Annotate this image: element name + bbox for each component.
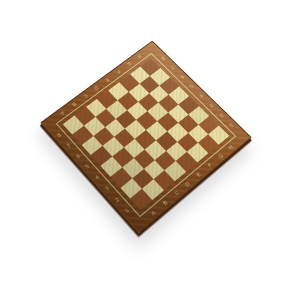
- file-label: D: [182, 179, 193, 189]
- rank-label: 3: [206, 100, 216, 109]
- rank-label: 7: [63, 141, 73, 151]
- rank-label: 6: [177, 72, 187, 81]
- board-frame: ABCDEFGH ABCDEFGH 12345678 12345678: [40, 41, 252, 234]
- product-photo: ABCDEFGH ABCDEFGH 12345678 12345678: [0, 0, 285, 285]
- rank-label: 3: [102, 183, 113, 194]
- rank-label: 1: [226, 120, 236, 130]
- file-label: H: [226, 142, 237, 152]
- file-label: A: [148, 208, 159, 219]
- file-label: C: [80, 92, 90, 101]
- rank-label: 4: [196, 91, 206, 100]
- file-label: F: [204, 160, 215, 170]
- rank-label: 4: [92, 172, 103, 182]
- squares: [63, 59, 229, 210]
- rank-label: 8: [158, 54, 168, 63]
- file-label: G: [124, 60, 134, 68]
- file-label: A: [57, 109, 68, 118]
- rank-label: 1: [122, 206, 133, 217]
- file-label: B: [69, 100, 80, 109]
- file-label: C: [171, 188, 182, 198]
- file-label: G: [215, 151, 226, 161]
- rank-label: 2: [216, 110, 226, 119]
- file-label: B: [159, 198, 170, 208]
- rank-label: 2: [112, 194, 123, 205]
- rank-label: 6: [73, 151, 83, 161]
- rank-label: 5: [82, 162, 93, 172]
- file-label: F: [113, 68, 123, 77]
- file-label: E: [102, 76, 112, 85]
- file-label: E: [193, 170, 204, 180]
- rank-label: 8: [54, 130, 64, 140]
- rank-label: 5: [186, 81, 196, 90]
- file-label: D: [91, 84, 101, 93]
- rank-label: 7: [167, 63, 177, 72]
- file-label: H: [134, 52, 144, 60]
